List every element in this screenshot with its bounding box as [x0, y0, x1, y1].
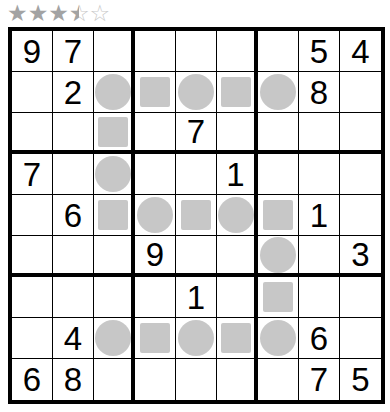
- cell-r6c3[interactable]: [94, 236, 135, 277]
- odd-circle-marker: [95, 320, 131, 356]
- cell-r8c8[interactable]: 6: [299, 318, 340, 359]
- given-digit: 3: [351, 238, 369, 271]
- even-square-marker: [221, 77, 251, 107]
- cell-r8c3[interactable]: [94, 318, 135, 359]
- star-full-icon: ★: [48, 0, 69, 26]
- given-digit: 6: [64, 199, 82, 232]
- cell-r7c9[interactable]: [340, 277, 381, 318]
- cell-r1c4[interactable]: [135, 31, 176, 72]
- cell-r4c3[interactable]: [94, 154, 135, 195]
- cell-r4c7[interactable]: [258, 154, 299, 195]
- given-digit: 4: [64, 322, 82, 355]
- cell-r5c3[interactable]: [94, 195, 135, 236]
- cell-r2c3[interactable]: [94, 72, 135, 113]
- cell-r1c2[interactable]: 7: [53, 31, 94, 72]
- cell-r7c3[interactable]: [94, 277, 135, 318]
- star-half-icon: ☆★: [69, 0, 90, 26]
- even-square-marker: [98, 200, 128, 230]
- cell-r1c6[interactable]: [217, 31, 258, 72]
- cell-r5c7[interactable]: [258, 195, 299, 236]
- odd-circle-marker: [178, 74, 214, 110]
- cell-r4c4[interactable]: [135, 154, 176, 195]
- given-digit: 1: [310, 199, 328, 232]
- cell-r1c3[interactable]: [94, 31, 135, 72]
- cell-r2c2[interactable]: 2: [53, 72, 94, 113]
- cell-r2c1[interactable]: [12, 72, 53, 113]
- even-square-marker: [263, 282, 293, 312]
- cell-r9c9[interactable]: 5: [340, 359, 381, 400]
- odd-circle-marker: [260, 74, 296, 110]
- cell-r8c9[interactable]: [340, 318, 381, 359]
- cell-r3c5[interactable]: 7: [176, 113, 217, 154]
- even-square-marker: [140, 77, 170, 107]
- given-digit: 9: [146, 238, 164, 271]
- cell-r9c6[interactable]: [217, 359, 258, 400]
- cell-r1c9[interactable]: 4: [340, 31, 381, 72]
- cell-r2c6[interactable]: [217, 72, 258, 113]
- star-half-fill: ★: [69, 0, 79, 26]
- odd-circle-marker: [137, 197, 173, 233]
- cell-r3c6[interactable]: [217, 113, 258, 154]
- star-full-icon: ★: [7, 0, 28, 26]
- given-digit: 7: [64, 35, 82, 68]
- given-digit: 6: [310, 322, 328, 355]
- cell-r2c8[interactable]: 8: [299, 72, 340, 113]
- cell-r5c5[interactable]: [176, 195, 217, 236]
- cell-r9c3[interactable]: [94, 359, 135, 400]
- cell-r8c4[interactable]: [135, 318, 176, 359]
- given-digit: 7: [187, 115, 205, 148]
- cell-r7c2[interactable]: [53, 277, 94, 318]
- odd-circle-marker: [178, 320, 214, 356]
- given-digit: 1: [187, 281, 205, 314]
- cell-r9c5[interactable]: [176, 359, 217, 400]
- given-digit: 5: [310, 35, 328, 68]
- difficulty-rating: ★★★☆★☆: [7, 0, 110, 26]
- cell-r8c1[interactable]: [12, 318, 53, 359]
- cell-r5c4[interactable]: [135, 195, 176, 236]
- cell-r7c6[interactable]: [217, 277, 258, 318]
- cell-r9c8[interactable]: 7: [299, 359, 340, 400]
- cell-r6c6[interactable]: [217, 236, 258, 277]
- given-digit: 7: [23, 158, 41, 191]
- cell-r4c2[interactable]: [53, 154, 94, 195]
- cell-r6c5[interactable]: [176, 236, 217, 277]
- cell-r9c2[interactable]: 8: [53, 359, 94, 400]
- even-square-marker: [181, 200, 211, 230]
- even-square-marker: [140, 323, 170, 353]
- even-square-marker: [98, 117, 128, 147]
- cell-r8c5[interactable]: [176, 318, 217, 359]
- cell-r7c5[interactable]: 1: [176, 277, 217, 318]
- cell-r2c4[interactable]: [135, 72, 176, 113]
- cell-r4c5[interactable]: [176, 154, 217, 195]
- cell-r3c7[interactable]: [258, 113, 299, 154]
- even-square-marker: [221, 323, 251, 353]
- cell-r9c1[interactable]: 6: [12, 359, 53, 400]
- cell-r3c1[interactable]: [12, 113, 53, 154]
- cell-r3c8[interactable]: [299, 113, 340, 154]
- cell-r5c1[interactable]: [12, 195, 53, 236]
- cell-r7c7[interactable]: [258, 277, 299, 318]
- cell-r8c7[interactable]: [258, 318, 299, 359]
- given-digit: 1: [226, 158, 244, 191]
- cell-r5c6[interactable]: [217, 195, 258, 236]
- cell-r1c7[interactable]: [258, 31, 299, 72]
- cell-r4c9[interactable]: [340, 154, 381, 195]
- cell-r6c4[interactable]: 9: [135, 236, 176, 277]
- cell-r8c6[interactable]: [217, 318, 258, 359]
- cell-r7c4[interactable]: [135, 277, 176, 318]
- cell-r1c1[interactable]: 9: [12, 31, 53, 72]
- even-odd-sudoku-page: ★★★☆★☆ 97542877161931466875: [0, 0, 390, 412]
- cell-r4c6[interactable]: 1: [217, 154, 258, 195]
- given-digit: 8: [310, 76, 328, 109]
- cell-r1c5[interactable]: [176, 31, 217, 72]
- given-digit: 8: [64, 363, 82, 396]
- odd-circle-marker: [95, 74, 131, 110]
- given-digit: 6: [23, 363, 41, 396]
- cell-r9c7[interactable]: [258, 359, 299, 400]
- cell-r2c7[interactable]: [258, 72, 299, 113]
- cell-r6c2[interactable]: [53, 236, 94, 277]
- cell-r3c4[interactable]: [135, 113, 176, 154]
- odd-circle-marker: [95, 156, 131, 192]
- cell-r2c5[interactable]: [176, 72, 217, 113]
- cell-r4c8[interactable]: [299, 154, 340, 195]
- given-digit: 9: [23, 35, 41, 68]
- cell-r5c2[interactable]: 6: [53, 195, 94, 236]
- star-full-icon: ★: [28, 0, 49, 26]
- cell-r6c1[interactable]: [12, 236, 53, 277]
- given-digit: 5: [351, 363, 369, 396]
- cell-r1c8[interactable]: 5: [299, 31, 340, 72]
- cell-r5c8[interactable]: 1: [299, 195, 340, 236]
- cell-r3c9[interactable]: [340, 113, 381, 154]
- cell-r8c2[interactable]: 4: [53, 318, 94, 359]
- cell-r6c8[interactable]: [299, 236, 340, 277]
- star-empty-icon: ☆: [90, 0, 111, 26]
- cell-r6c7[interactable]: [258, 236, 299, 277]
- odd-circle-marker: [260, 237, 296, 273]
- sudoku-board: 97542877161931466875: [8, 27, 385, 404]
- odd-circle-marker: [260, 320, 296, 356]
- odd-circle-marker: [218, 197, 254, 233]
- cell-r3c2[interactable]: [53, 113, 94, 154]
- given-digit: 7: [310, 363, 328, 396]
- cell-r2c9[interactable]: [340, 72, 381, 113]
- cell-r9c4[interactable]: [135, 359, 176, 400]
- cell-r5c9[interactable]: [340, 195, 381, 236]
- cell-r6c9[interactable]: 3: [340, 236, 381, 277]
- cell-r3c3[interactable]: [94, 113, 135, 154]
- cell-r7c1[interactable]: [12, 277, 53, 318]
- cell-r4c1[interactable]: 7: [12, 154, 53, 195]
- even-square-marker: [263, 200, 293, 230]
- given-digit: 4: [351, 35, 369, 68]
- cell-r7c8[interactable]: [299, 277, 340, 318]
- given-digit: 2: [64, 76, 82, 109]
